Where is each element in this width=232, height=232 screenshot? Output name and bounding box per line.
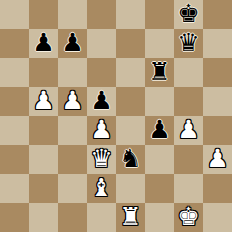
square-g4[interactable]: ♟ [174, 116, 203, 145]
square-h5[interactable] [203, 87, 232, 116]
square-b1[interactable] [29, 203, 58, 232]
square-a1[interactable] [0, 203, 29, 232]
square-c5[interactable]: ♟ [58, 87, 87, 116]
square-h3[interactable]: ♟ [203, 145, 232, 174]
square-b7[interactable]: ♟ [29, 29, 58, 58]
square-g8[interactable]: ♚ [174, 0, 203, 29]
white-pawn[interactable]: ♟ [90, 116, 112, 144]
black-pawn[interactable]: ♟ [148, 116, 170, 144]
white-queen[interactable]: ♛ [90, 145, 112, 173]
square-g5[interactable] [174, 87, 203, 116]
square-e3[interactable]: ♞ [116, 145, 145, 174]
square-d1[interactable] [87, 203, 116, 232]
square-h1[interactable] [203, 203, 232, 232]
square-c1[interactable] [58, 203, 87, 232]
square-a5[interactable] [0, 87, 29, 116]
black-queen[interactable]: ♛ [177, 29, 199, 57]
square-e5[interactable] [116, 87, 145, 116]
square-a2[interactable] [0, 174, 29, 203]
square-d2[interactable]: ♝ [87, 174, 116, 203]
square-c2[interactable] [58, 174, 87, 203]
square-a6[interactable] [0, 58, 29, 87]
square-b5[interactable]: ♟ [29, 87, 58, 116]
square-h8[interactable] [203, 0, 232, 29]
square-h7[interactable] [203, 29, 232, 58]
square-f5[interactable] [145, 87, 174, 116]
square-e8[interactable] [116, 0, 145, 29]
square-f4[interactable]: ♟ [145, 116, 174, 145]
white-pawn[interactable]: ♟ [32, 87, 54, 115]
square-d4[interactable]: ♟ [87, 116, 116, 145]
square-f2[interactable] [145, 174, 174, 203]
black-pawn[interactable]: ♟ [61, 29, 83, 57]
square-g6[interactable] [174, 58, 203, 87]
white-king[interactable]: ♚ [177, 203, 199, 231]
square-g3[interactable] [174, 145, 203, 174]
black-rook[interactable]: ♜ [148, 58, 170, 86]
square-c7[interactable]: ♟ [58, 29, 87, 58]
square-c4[interactable] [58, 116, 87, 145]
square-h2[interactable] [203, 174, 232, 203]
square-g7[interactable]: ♛ [174, 29, 203, 58]
square-c3[interactable] [58, 145, 87, 174]
white-pawn[interactable]: ♟ [206, 145, 228, 173]
chess-board: ♚♟♟♛♜♟♟♟♟♟♟♛♞♟♝♜♚ [0, 0, 232, 232]
square-a3[interactable] [0, 145, 29, 174]
square-f1[interactable] [145, 203, 174, 232]
square-b2[interactable] [29, 174, 58, 203]
square-b6[interactable] [29, 58, 58, 87]
square-e1[interactable]: ♜ [116, 203, 145, 232]
square-c6[interactable] [58, 58, 87, 87]
square-d5[interactable]: ♟ [87, 87, 116, 116]
square-f7[interactable] [145, 29, 174, 58]
black-pawn[interactable]: ♟ [90, 87, 112, 115]
white-pawn[interactable]: ♟ [61, 87, 83, 115]
square-f3[interactable] [145, 145, 174, 174]
square-h6[interactable] [203, 58, 232, 87]
square-a8[interactable] [0, 0, 29, 29]
square-g1[interactable]: ♚ [174, 203, 203, 232]
square-e7[interactable] [116, 29, 145, 58]
square-e6[interactable] [116, 58, 145, 87]
black-pawn[interactable]: ♟ [32, 29, 54, 57]
black-knight[interactable]: ♞ [119, 145, 141, 173]
square-e4[interactable] [116, 116, 145, 145]
square-f6[interactable]: ♜ [145, 58, 174, 87]
white-bishop[interactable]: ♝ [90, 174, 112, 202]
square-a7[interactable] [0, 29, 29, 58]
white-pawn[interactable]: ♟ [177, 116, 199, 144]
square-d6[interactable] [87, 58, 116, 87]
square-f8[interactable] [145, 0, 174, 29]
square-h4[interactable] [203, 116, 232, 145]
square-b4[interactable] [29, 116, 58, 145]
square-g2[interactable] [174, 174, 203, 203]
white-rook[interactable]: ♜ [119, 203, 141, 231]
square-d7[interactable] [87, 29, 116, 58]
square-a4[interactable] [0, 116, 29, 145]
square-b3[interactable] [29, 145, 58, 174]
square-d3[interactable]: ♛ [87, 145, 116, 174]
black-king[interactable]: ♚ [177, 0, 199, 28]
square-b8[interactable] [29, 0, 58, 29]
square-e2[interactable] [116, 174, 145, 203]
square-d8[interactable] [87, 0, 116, 29]
square-c8[interactable] [58, 0, 87, 29]
